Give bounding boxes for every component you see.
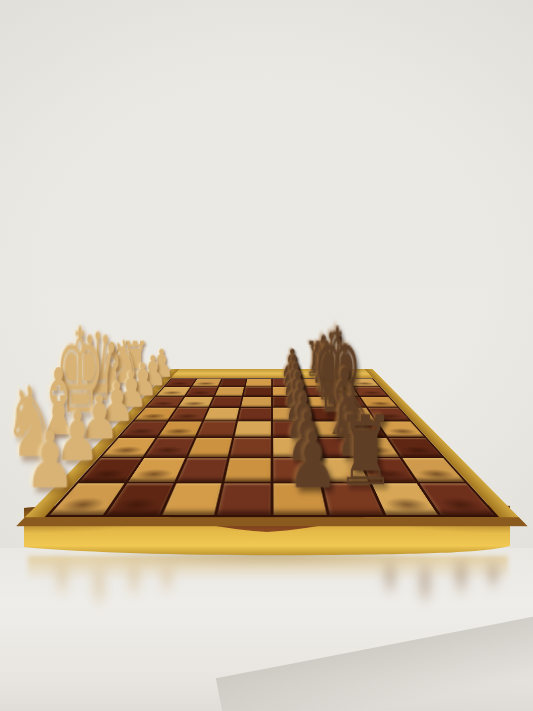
piece-reflection bbox=[448, 558, 474, 618]
piece-reflection bbox=[156, 562, 178, 612]
piece-shadow bbox=[55, 498, 109, 513]
piece-reflection bbox=[378, 560, 402, 616]
square-g3[interactable] bbox=[176, 458, 227, 482]
square-h2[interactable]: ♟ bbox=[106, 484, 173, 515]
piece-reflection bbox=[412, 562, 438, 630]
piece-shadow bbox=[382, 498, 433, 513]
chess-board: ♜♟♟♜♞♟♟♞♝♟♟♝♛♟♟♛♚♟♟♚♝♟♟♝♞♟♟♞♜♟♟♜ bbox=[45, 378, 500, 517]
piece-reflection bbox=[122, 560, 146, 618]
piece-shadow bbox=[111, 498, 162, 513]
piece-reflection bbox=[86, 562, 112, 634]
piece-black-rook-h8[interactable]: ♜ bbox=[274, 403, 455, 499]
piece-reflection bbox=[482, 560, 504, 608]
board-near-rim bbox=[16, 517, 528, 526]
piece-shadow bbox=[435, 498, 489, 513]
piece-reflection bbox=[50, 558, 74, 620]
piece-white-pawn-h2[interactable]: ♟ bbox=[0, 422, 141, 500]
photo-scene: ♜♟♟♜♞♟♟♞♝♟♟♝♛♟♟♛♚♟♟♚♝♟♟♝♞♟♟♞♜♟♟♜ bbox=[0, 0, 533, 711]
board-perspective-wrap: ♜♟♟♜♞♟♟♞♝♟♟♝♛♟♟♛♚♟♟♚♝♟♟♝♞♟♟♞♜♟♟♜ bbox=[132, 281, 412, 561]
square-h3[interactable] bbox=[162, 484, 222, 515]
